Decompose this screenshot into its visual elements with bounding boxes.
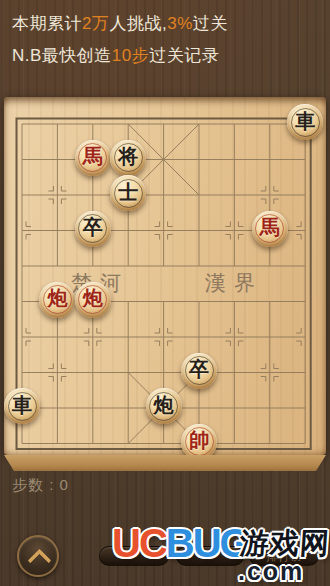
piece-red-馬[interactable]: 馬 bbox=[75, 140, 111, 176]
pieces-layer: 車馬将士卒馬炮炮卒車炮帥 bbox=[4, 97, 326, 455]
stat-text: 本期累计 bbox=[12, 14, 82, 33]
piece-black-車[interactable]: 車 bbox=[4, 388, 40, 424]
piece-black-卒[interactable]: 卒 bbox=[75, 211, 111, 247]
stat-text: 人挑战, bbox=[109, 14, 167, 33]
piece-red-馬[interactable]: 馬 bbox=[252, 211, 288, 247]
stat-text: 过关 bbox=[193, 14, 228, 33]
stat-highlight: 3% bbox=[167, 14, 193, 33]
piece-black-将[interactable]: 将 bbox=[110, 140, 146, 176]
piece-red-炮[interactable]: 炮 bbox=[75, 282, 111, 318]
stat-line-2: N.B最快创造10步过关记录 bbox=[12, 40, 322, 72]
step-counter: 步数 : 0 bbox=[12, 476, 69, 495]
stat-highlight: 10步 bbox=[112, 46, 149, 65]
stat-text: N.B最快创造 bbox=[12, 46, 112, 65]
piece-black-卒[interactable]: 卒 bbox=[181, 353, 217, 389]
piece-red-炮[interactable]: 炮 bbox=[39, 282, 75, 318]
piece-black-車[interactable]: 車 bbox=[287, 104, 323, 140]
chevron-up-icon bbox=[27, 548, 51, 572]
footer-button-leaderboard[interactable]: 排行榜 bbox=[249, 546, 319, 566]
board-bottom-edge bbox=[4, 455, 326, 471]
game-screen: 本期累计2万人挑战,3%过关 N.B最快创造10步过关记录 楚河漢界 車馬将士卒… bbox=[0, 0, 330, 586]
footer-button-2[interactable] bbox=[176, 546, 244, 566]
challenge-stats: 本期累计2万人挑战,3%过关 N.B最快创造10步过关记录 bbox=[12, 8, 322, 72]
stat-highlight: 2万 bbox=[82, 14, 109, 33]
footer-button-1[interactable] bbox=[99, 546, 169, 566]
xiangqi-board[interactable]: 楚河漢界 車馬将士卒馬炮炮卒車炮帥 bbox=[4, 97, 326, 455]
stat-text: 过关记录 bbox=[149, 46, 219, 65]
expand-menu-button[interactable] bbox=[17, 535, 59, 577]
piece-black-炮[interactable]: 炮 bbox=[146, 388, 182, 424]
stat-line-1: 本期累计2万人挑战,3%过关 bbox=[12, 8, 322, 40]
piece-red-帥[interactable]: 帥 bbox=[181, 424, 217, 460]
piece-black-士[interactable]: 士 bbox=[110, 175, 146, 211]
